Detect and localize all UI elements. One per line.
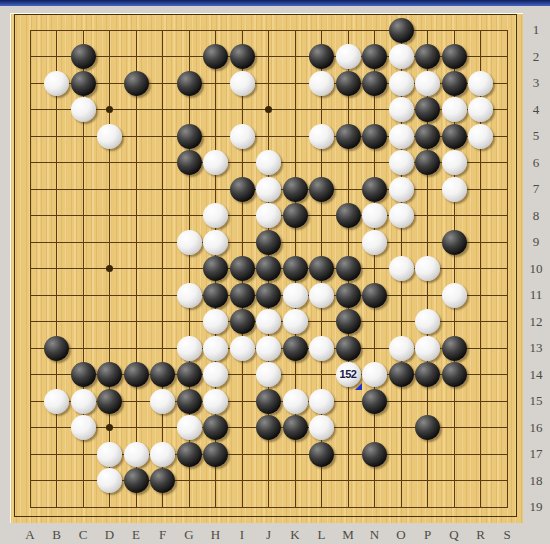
stone-H10-black[interactable] — [203, 256, 228, 281]
row-label-19: 19 — [524, 499, 548, 515]
stone-M11-black[interactable] — [336, 283, 361, 308]
stone-P4-black[interactable] — [415, 97, 440, 122]
stone-L13-white[interactable] — [309, 336, 334, 361]
stone-O4-white[interactable] — [389, 97, 414, 122]
row-label-5: 5 — [524, 128, 548, 144]
stone-K11-white[interactable] — [283, 283, 308, 308]
row-label-14: 14 — [524, 367, 548, 383]
col-label-D: D — [101, 527, 119, 543]
stone-D15-black[interactable] — [97, 389, 122, 414]
stone-L10-black[interactable] — [309, 256, 334, 281]
stone-E14-black[interactable] — [124, 362, 149, 387]
col-label-O: O — [392, 527, 410, 543]
stone-E17-white[interactable] — [124, 442, 149, 467]
stone-F14-black[interactable] — [150, 362, 175, 387]
stone-H12-white[interactable] — [203, 309, 228, 334]
stone-I2-black[interactable] — [230, 44, 255, 69]
stone-D5-white[interactable] — [97, 124, 122, 149]
stone-G14-black[interactable] — [177, 362, 202, 387]
grid-line-h — [30, 507, 508, 508]
stone-O14-black[interactable] — [389, 362, 414, 387]
stone-G17-black[interactable] — [177, 442, 202, 467]
stone-R4-white[interactable] — [468, 97, 493, 122]
stone-M13-black[interactable] — [336, 336, 361, 361]
stone-H8-white[interactable] — [203, 203, 228, 228]
stone-M3-black[interactable] — [336, 71, 361, 96]
stone-I12-black[interactable] — [230, 309, 255, 334]
stone-H14-white[interactable] — [203, 362, 228, 387]
stone-P14-black[interactable] — [415, 362, 440, 387]
stone-M2-white[interactable] — [336, 44, 361, 69]
star-point — [106, 424, 113, 431]
stone-J11-black[interactable] — [256, 283, 281, 308]
grid-line-v — [374, 30, 375, 508]
stone-I11-black[interactable] — [230, 283, 255, 308]
stone-G15-black[interactable] — [177, 389, 202, 414]
stone-J7-white[interactable] — [256, 177, 281, 202]
stone-Q9-black[interactable] — [442, 230, 467, 255]
stone-N17-black[interactable] — [362, 442, 387, 467]
col-label-P: P — [419, 527, 437, 543]
stone-O13-white[interactable] — [389, 336, 414, 361]
row-label-4: 4 — [524, 102, 548, 118]
row-label-17: 17 — [524, 446, 548, 462]
stone-J8-white[interactable] — [256, 203, 281, 228]
stone-N11-black[interactable] — [362, 283, 387, 308]
row-label-12: 12 — [524, 314, 548, 330]
stone-F15-white[interactable] — [150, 389, 175, 414]
col-label-B: B — [48, 527, 66, 543]
stone-G9-white[interactable] — [177, 230, 202, 255]
current-move-triangle-icon — [355, 383, 362, 390]
col-label-C: C — [74, 527, 92, 543]
stone-I5-white[interactable] — [230, 124, 255, 149]
stone-P12-white[interactable] — [415, 309, 440, 334]
stone-N9-white[interactable] — [362, 230, 387, 255]
col-label-K: K — [286, 527, 304, 543]
row-label-15: 15 — [524, 393, 548, 409]
stone-C14-black[interactable] — [71, 362, 96, 387]
stone-F17-white[interactable] — [150, 442, 175, 467]
stone-K7-black[interactable] — [283, 177, 308, 202]
stone-R5-white[interactable] — [468, 124, 493, 149]
stone-O8-white[interactable] — [389, 203, 414, 228]
stone-I10-black[interactable] — [230, 256, 255, 281]
stone-C3-black[interactable] — [71, 71, 96, 96]
stone-P10-white[interactable] — [415, 256, 440, 281]
stone-L16-white[interactable] — [309, 415, 334, 440]
stone-R3-white[interactable] — [468, 71, 493, 96]
stone-N5-black[interactable] — [362, 124, 387, 149]
stone-K12-white[interactable] — [283, 309, 308, 334]
row-label-10: 10 — [524, 261, 548, 277]
stone-Q7-white[interactable] — [442, 177, 467, 202]
stone-C4-white[interactable] — [71, 97, 96, 122]
stone-O2-white[interactable] — [389, 44, 414, 69]
grid-line-v — [507, 30, 508, 508]
stone-H9-white[interactable] — [203, 230, 228, 255]
row-label-11: 11 — [524, 287, 548, 303]
stone-J9-black[interactable] — [256, 230, 281, 255]
stone-P13-white[interactable] — [415, 336, 440, 361]
stone-E3-black[interactable] — [124, 71, 149, 96]
stone-M5-black[interactable] — [336, 124, 361, 149]
row-label-18: 18 — [524, 473, 548, 489]
stone-E18-black[interactable] — [124, 468, 149, 493]
stone-Q2-black[interactable] — [442, 44, 467, 69]
stone-Q4-white[interactable] — [442, 97, 467, 122]
stone-G13-white[interactable] — [177, 336, 202, 361]
stone-Q6-white[interactable] — [442, 150, 467, 175]
stone-N7-black[interactable] — [362, 177, 387, 202]
row-label-13: 13 — [524, 340, 548, 356]
stone-P6-black[interactable] — [415, 150, 440, 175]
stone-P3-white[interactable] — [415, 71, 440, 96]
stone-J10-black[interactable] — [256, 256, 281, 281]
row-label-7: 7 — [524, 181, 548, 197]
stone-Q5-black[interactable] — [442, 124, 467, 149]
stone-K13-black[interactable] — [283, 336, 308, 361]
stone-N14-white[interactable] — [362, 362, 387, 387]
stone-H2-black[interactable] — [203, 44, 228, 69]
row-label-6: 6 — [524, 155, 548, 171]
star-point — [265, 106, 272, 113]
row-label-9: 9 — [524, 234, 548, 250]
go-application-window: ABCDEFGHIJKLMNOPQRS123456789101112131415… — [0, 0, 550, 544]
stone-L11-white[interactable] — [309, 283, 334, 308]
col-label-L: L — [313, 527, 331, 543]
stone-J12-white[interactable] — [256, 309, 281, 334]
stone-I7-black[interactable] — [230, 177, 255, 202]
col-label-R: R — [472, 527, 490, 543]
stone-H6-white[interactable] — [203, 150, 228, 175]
star-point — [106, 265, 113, 272]
stone-B3-white[interactable] — [44, 71, 69, 96]
stone-G5-black[interactable] — [177, 124, 202, 149]
col-label-E: E — [127, 527, 145, 543]
stone-Q14-black[interactable] — [442, 362, 467, 387]
stone-K10-black[interactable] — [283, 256, 308, 281]
col-label-M: M — [339, 527, 357, 543]
stone-L3-white[interactable] — [309, 71, 334, 96]
window-title-bar-edge — [0, 0, 550, 6]
stone-C15-white[interactable] — [71, 389, 96, 414]
stone-P16-black[interactable] — [415, 415, 440, 440]
row-label-16: 16 — [524, 420, 548, 436]
stone-O7-white[interactable] — [389, 177, 414, 202]
stone-D14-black[interactable] — [97, 362, 122, 387]
stone-P5-black[interactable] — [415, 124, 440, 149]
stone-M10-black[interactable] — [336, 256, 361, 281]
stone-I3-white[interactable] — [230, 71, 255, 96]
stone-C2-black[interactable] — [71, 44, 96, 69]
stone-J6-white[interactable] — [256, 150, 281, 175]
stone-I13-white[interactable] — [230, 336, 255, 361]
stone-H17-black[interactable] — [203, 442, 228, 467]
row-label-2: 2 — [524, 49, 548, 65]
stone-Q11-white[interactable] — [442, 283, 467, 308]
stone-N15-black[interactable] — [362, 389, 387, 414]
row-label-3: 3 — [524, 75, 548, 91]
stone-H13-white[interactable] — [203, 336, 228, 361]
row-label-1: 1 — [524, 22, 548, 38]
stone-N3-black[interactable] — [362, 71, 387, 96]
stone-G6-black[interactable] — [177, 150, 202, 175]
stone-M12-black[interactable] — [336, 309, 361, 334]
stone-K15-white[interactable] — [283, 389, 308, 414]
col-label-J: J — [260, 527, 278, 543]
stone-O6-white[interactable] — [389, 150, 414, 175]
col-label-A: A — [21, 527, 39, 543]
stone-J13-white[interactable] — [256, 336, 281, 361]
stone-L15-white[interactable] — [309, 389, 334, 414]
stone-B13-black[interactable] — [44, 336, 69, 361]
stone-D18-white[interactable] — [97, 468, 122, 493]
stone-O3-white[interactable] — [389, 71, 414, 96]
stone-O5-white[interactable] — [389, 124, 414, 149]
stone-O10-white[interactable] — [389, 256, 414, 281]
stone-K8-black[interactable] — [283, 203, 308, 228]
stone-J15-black[interactable] — [256, 389, 281, 414]
stone-G11-white[interactable] — [177, 283, 202, 308]
stone-O1-black[interactable] — [389, 18, 414, 43]
stone-G16-white[interactable] — [177, 415, 202, 440]
stone-N8-white[interactable] — [362, 203, 387, 228]
stone-F18-black[interactable] — [150, 468, 175, 493]
stone-B15-white[interactable] — [44, 389, 69, 414]
stone-G3-black[interactable] — [177, 71, 202, 96]
row-label-8: 8 — [524, 208, 548, 224]
stone-M8-black[interactable] — [336, 203, 361, 228]
col-label-F: F — [154, 527, 172, 543]
stone-H16-black[interactable] — [203, 415, 228, 440]
stone-C16-white[interactable] — [71, 415, 96, 440]
stone-N2-black[interactable] — [362, 44, 387, 69]
stone-H11-black[interactable] — [203, 283, 228, 308]
col-label-Q: Q — [445, 527, 463, 543]
stone-J16-black[interactable] — [256, 415, 281, 440]
stone-K16-black[interactable] — [283, 415, 308, 440]
col-label-G: G — [180, 527, 198, 543]
stone-H15-white[interactable] — [203, 389, 228, 414]
stone-J14-white[interactable] — [256, 362, 281, 387]
stone-L5-white[interactable] — [309, 124, 334, 149]
stone-Q13-black[interactable] — [442, 336, 467, 361]
star-point — [106, 106, 113, 113]
stone-D17-white[interactable] — [97, 442, 122, 467]
stone-P2-black[interactable] — [415, 44, 440, 69]
col-label-S: S — [498, 527, 516, 543]
stone-L2-black[interactable] — [309, 44, 334, 69]
stone-L17-black[interactable] — [309, 442, 334, 467]
stone-L7-black[interactable] — [309, 177, 334, 202]
col-label-H: H — [207, 527, 225, 543]
col-label-N: N — [366, 527, 384, 543]
col-label-I: I — [233, 527, 251, 543]
stone-Q3-black[interactable] — [442, 71, 467, 96]
